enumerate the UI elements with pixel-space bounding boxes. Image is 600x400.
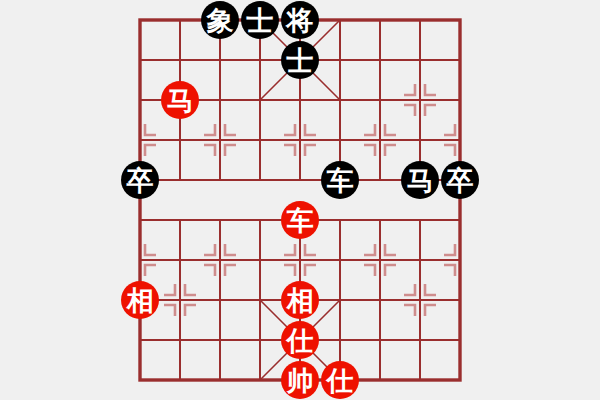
xiangqi-board[interactable]: 象士将士马卒车马卒车相相仕帅仕 — [120, 0, 480, 400]
piece-red-elephant[interactable]: 相 — [121, 281, 159, 319]
piece-red-general[interactable]: 帅 — [281, 361, 319, 399]
piece-black-soldier[interactable]: 卒 — [121, 161, 159, 199]
piece-red-horse[interactable]: 马 — [161, 81, 199, 119]
xiangqi-screenshot: 象士将士马卒车马卒车相相仕帅仕 — [0, 0, 600, 400]
piece-red-advisor[interactable]: 仕 — [321, 361, 359, 399]
piece-red-advisor[interactable]: 仕 — [281, 321, 319, 359]
piece-black-general[interactable]: 将 — [281, 1, 319, 39]
piece-black-advisor[interactable]: 士 — [241, 1, 279, 39]
piece-black-soldier[interactable]: 卒 — [441, 161, 479, 199]
piece-black-elephant[interactable]: 象 — [201, 1, 239, 39]
piece-red-elephant[interactable]: 相 — [281, 281, 319, 319]
piece-black-horse[interactable]: 马 — [401, 161, 439, 199]
piece-black-chariot[interactable]: 车 — [321, 161, 359, 199]
piece-red-chariot[interactable]: 车 — [281, 201, 319, 239]
piece-black-advisor[interactable]: 士 — [281, 41, 319, 79]
